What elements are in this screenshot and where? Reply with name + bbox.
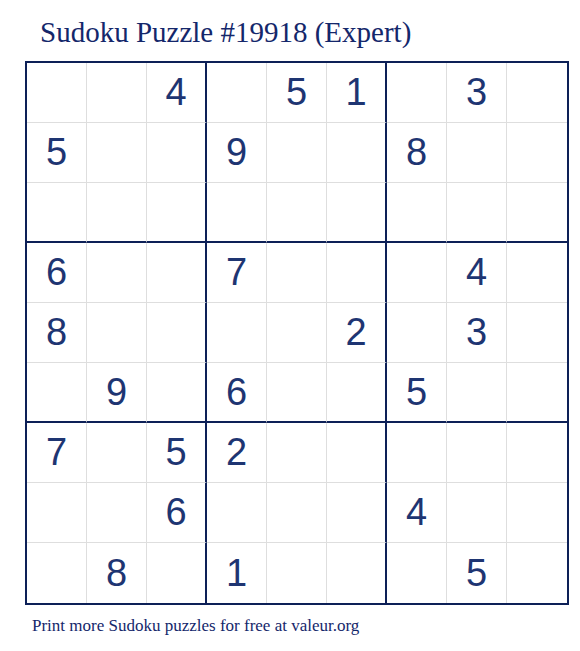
cell-r3c8 (447, 183, 507, 243)
cell-r8c3: 6 (147, 483, 207, 543)
cell-r2c8 (447, 123, 507, 183)
cell-r5c6: 2 (327, 303, 387, 363)
cell-r3c9 (507, 183, 567, 243)
cell-r6c8 (447, 363, 507, 423)
cell-r3c7 (387, 183, 447, 243)
cell-r2c7: 8 (387, 123, 447, 183)
cell-r5c4 (207, 303, 267, 363)
cell-r4c3 (147, 243, 207, 303)
cell-r4c6 (327, 243, 387, 303)
cell-r1c6: 1 (327, 63, 387, 123)
cell-r7c8 (447, 423, 507, 483)
page: { "game": "sudoku", "position": "..4.51.… (0, 0, 580, 651)
footer-text: Print more Sudoku puzzles for free at va… (32, 615, 359, 637)
page-title: Sudoku Puzzle #19918 (Expert) (40, 16, 411, 48)
cell-r5c2 (87, 303, 147, 363)
cell-r6c6 (327, 363, 387, 423)
cell-r8c7: 4 (387, 483, 447, 543)
cell-r4c2 (87, 243, 147, 303)
sudoku-grid: 451359867482396575264815 (25, 61, 569, 605)
cell-r3c6 (327, 183, 387, 243)
cell-r4c9 (507, 243, 567, 303)
cell-r6c7: 5 (387, 363, 447, 423)
cell-r1c9 (507, 63, 567, 123)
cell-r6c2: 9 (87, 363, 147, 423)
cell-r4c7 (387, 243, 447, 303)
cell-r8c2 (87, 483, 147, 543)
cell-r8c8 (447, 483, 507, 543)
cell-r2c1: 5 (27, 123, 87, 183)
cell-r5c3 (147, 303, 207, 363)
cell-r9c7 (387, 543, 447, 603)
cell-r9c9 (507, 543, 567, 603)
cell-r3c5 (267, 183, 327, 243)
cell-r6c4: 6 (207, 363, 267, 423)
cell-r7c7 (387, 423, 447, 483)
cell-r4c4: 7 (207, 243, 267, 303)
cell-r4c1: 6 (27, 243, 87, 303)
cell-r1c5: 5 (267, 63, 327, 123)
cell-r4c5 (267, 243, 327, 303)
cell-r5c8: 3 (447, 303, 507, 363)
cell-r7c9 (507, 423, 567, 483)
cell-r7c4: 2 (207, 423, 267, 483)
cell-r7c3: 5 (147, 423, 207, 483)
cell-r2c5 (267, 123, 327, 183)
cell-r1c1 (27, 63, 87, 123)
cell-r3c2 (87, 183, 147, 243)
cell-r2c9 (507, 123, 567, 183)
cell-r5c5 (267, 303, 327, 363)
cell-r3c4 (207, 183, 267, 243)
cell-r7c2 (87, 423, 147, 483)
cell-r9c8: 5 (447, 543, 507, 603)
cell-r3c3 (147, 183, 207, 243)
cell-r7c6 (327, 423, 387, 483)
cell-r9c3 (147, 543, 207, 603)
cell-r9c1 (27, 543, 87, 603)
cell-r5c1: 8 (27, 303, 87, 363)
cell-r7c1: 7 (27, 423, 87, 483)
cell-r1c8: 3 (447, 63, 507, 123)
cell-r8c1 (27, 483, 87, 543)
cell-r1c4 (207, 63, 267, 123)
cell-r2c6 (327, 123, 387, 183)
cell-r6c3 (147, 363, 207, 423)
cell-r8c5 (267, 483, 327, 543)
cell-r6c1 (27, 363, 87, 423)
cell-r7c5 (267, 423, 327, 483)
cell-r1c2 (87, 63, 147, 123)
cell-r9c4: 1 (207, 543, 267, 603)
cell-r3c1 (27, 183, 87, 243)
cell-r1c7 (387, 63, 447, 123)
cell-r8c6 (327, 483, 387, 543)
cell-r5c9 (507, 303, 567, 363)
cell-r5c7 (387, 303, 447, 363)
cell-r8c9 (507, 483, 567, 543)
cell-r2c2 (87, 123, 147, 183)
cell-r8c4 (207, 483, 267, 543)
cell-r9c6 (327, 543, 387, 603)
cell-r4c8: 4 (447, 243, 507, 303)
cell-r6c9 (507, 363, 567, 423)
cell-r9c2: 8 (87, 543, 147, 603)
cell-r9c5 (267, 543, 327, 603)
cell-r2c3 (147, 123, 207, 183)
cell-r2c4: 9 (207, 123, 267, 183)
cell-r6c5 (267, 363, 327, 423)
cell-r1c3: 4 (147, 63, 207, 123)
